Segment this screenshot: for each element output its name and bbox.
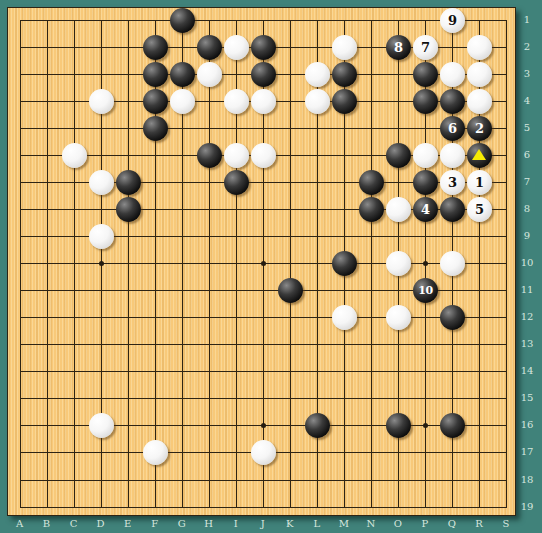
grid-line-horizontal <box>20 398 508 399</box>
stone-black-H2[interactable] <box>197 35 222 60</box>
stone-black-G3[interactable] <box>170 62 195 87</box>
row-label-9: 9 <box>514 230 540 241</box>
stone-white-D4[interactable] <box>89 89 114 114</box>
column-label-S: S <box>496 518 516 529</box>
stone-white-L4[interactable] <box>305 89 330 114</box>
stone-white-O10[interactable] <box>386 251 411 276</box>
grid-line-vertical <box>506 20 507 507</box>
stone-black-H6[interactable] <box>197 143 222 168</box>
stone-black-P8[interactable]: 4 <box>413 197 438 222</box>
stone-white-L3[interactable] <box>305 62 330 87</box>
stone-white-J17[interactable] <box>251 440 276 465</box>
stone-white-J6[interactable] <box>251 143 276 168</box>
move-number-label: 7 <box>421 41 430 54</box>
stone-black-Q16[interactable] <box>440 413 465 438</box>
row-label-10: 10 <box>514 257 540 268</box>
column-label-M: M <box>334 518 354 529</box>
stone-black-P4[interactable] <box>413 89 438 114</box>
star-point <box>99 261 104 266</box>
row-label-19: 19 <box>514 501 540 512</box>
star-point <box>261 423 266 428</box>
stone-black-O6[interactable] <box>386 143 411 168</box>
stone-black-P11[interactable]: 10 <box>413 278 438 303</box>
stone-white-O8[interactable] <box>386 197 411 222</box>
column-label-B: B <box>37 518 57 529</box>
column-label-I: I <box>226 518 246 529</box>
stone-black-O2[interactable]: 8 <box>386 35 411 60</box>
column-label-L: L <box>307 518 327 529</box>
column-label-J: J <box>253 518 273 529</box>
star-point <box>423 423 428 428</box>
move-number-label: 1 <box>475 176 484 189</box>
row-label-1: 1 <box>514 14 540 25</box>
row-label-17: 17 <box>514 446 540 457</box>
stone-white-M2[interactable] <box>332 35 357 60</box>
column-label-G: G <box>172 518 192 529</box>
column-label-P: P <box>415 518 435 529</box>
row-label-8: 8 <box>514 203 540 214</box>
stone-white-D16[interactable] <box>89 413 114 438</box>
stone-white-O12[interactable] <box>386 305 411 330</box>
stone-white-M12[interactable] <box>332 305 357 330</box>
stone-white-P6[interactable] <box>413 143 438 168</box>
row-label-3: 3 <box>514 68 540 79</box>
stone-black-N8[interactable] <box>359 197 384 222</box>
column-label-Q: Q <box>442 518 462 529</box>
stone-white-D9[interactable] <box>89 224 114 249</box>
grid-line-horizontal <box>20 317 508 318</box>
column-label-D: D <box>91 518 111 529</box>
stone-white-R8[interactable]: 5 <box>467 197 492 222</box>
star-point <box>423 261 428 266</box>
stone-white-Q6[interactable] <box>440 143 465 168</box>
column-label-O: O <box>388 518 408 529</box>
stone-black-Q8[interactable] <box>440 197 465 222</box>
stone-white-Q7[interactable]: 3 <box>440 170 465 195</box>
stone-black-E7[interactable] <box>116 170 141 195</box>
row-label-16: 16 <box>514 419 540 430</box>
stone-black-Q12[interactable] <box>440 305 465 330</box>
stone-black-N7[interactable] <box>359 170 384 195</box>
row-label-5: 5 <box>514 122 540 133</box>
stone-black-P7[interactable] <box>413 170 438 195</box>
stone-white-P2[interactable]: 7 <box>413 35 438 60</box>
stone-black-R6[interactable] <box>467 143 492 168</box>
stone-black-F4[interactable] <box>143 89 168 114</box>
move-number-label: 6 <box>448 122 457 135</box>
stone-white-R7[interactable]: 1 <box>467 170 492 195</box>
stone-black-P3[interactable] <box>413 62 438 87</box>
stone-white-R3[interactable] <box>467 62 492 87</box>
stone-black-J2[interactable] <box>251 35 276 60</box>
grid-line-horizontal <box>20 480 508 481</box>
move-number-label: 4 <box>421 203 430 216</box>
grid-line-horizontal <box>20 371 508 372</box>
column-label-F: F <box>145 518 165 529</box>
grid-line-horizontal <box>20 344 508 345</box>
grid-line-horizontal <box>20 507 508 508</box>
stone-white-J4[interactable] <box>251 89 276 114</box>
stone-black-K11[interactable] <box>278 278 303 303</box>
star-point <box>261 261 266 266</box>
grid-line-vertical <box>371 20 372 507</box>
stone-black-E8[interactable] <box>116 197 141 222</box>
column-label-E: E <box>118 518 138 529</box>
stone-black-L16[interactable] <box>305 413 330 438</box>
stone-white-C6[interactable] <box>62 143 87 168</box>
stone-black-F2[interactable] <box>143 35 168 60</box>
move-number-label: 10 <box>418 285 432 296</box>
stone-white-I4[interactable] <box>224 89 249 114</box>
move-number-label: 8 <box>394 41 403 54</box>
stone-black-I7[interactable] <box>224 170 249 195</box>
move-number-label: 5 <box>475 203 484 216</box>
row-label-6: 6 <box>514 149 540 160</box>
move-number-label: 3 <box>448 176 457 189</box>
row-label-13: 13 <box>514 338 540 349</box>
stone-white-I2[interactable] <box>224 35 249 60</box>
move-number-label: 9 <box>448 14 457 27</box>
stone-white-D7[interactable] <box>89 170 114 195</box>
column-label-N: N <box>361 518 381 529</box>
stone-black-O16[interactable] <box>386 413 411 438</box>
stone-black-M10[interactable] <box>332 251 357 276</box>
stone-white-I6[interactable] <box>224 143 249 168</box>
stone-black-Q4[interactable] <box>440 89 465 114</box>
row-label-7: 7 <box>514 176 540 187</box>
row-label-14: 14 <box>514 365 540 376</box>
stone-black-F5[interactable] <box>143 116 168 141</box>
stone-black-G1[interactable] <box>170 8 195 33</box>
go-game-screenshot: 98762314510 ABCDEFGHIJKLMNOPQRS123456789… <box>0 0 542 533</box>
stone-white-Q3[interactable] <box>440 62 465 87</box>
stone-black-J3[interactable] <box>251 62 276 87</box>
row-label-11: 11 <box>514 284 540 295</box>
stone-white-H3[interactable] <box>197 62 222 87</box>
column-label-K: K <box>280 518 300 529</box>
stone-black-M3[interactable] <box>332 62 357 87</box>
stone-black-Q5[interactable]: 6 <box>440 116 465 141</box>
stone-white-R2[interactable] <box>467 35 492 60</box>
row-label-12: 12 <box>514 311 540 322</box>
triangle-marker-icon <box>472 149 486 160</box>
stone-white-F17[interactable] <box>143 440 168 465</box>
stone-white-Q10[interactable] <box>440 251 465 276</box>
row-label-4: 4 <box>514 95 540 106</box>
column-label-C: C <box>64 518 84 529</box>
row-label-15: 15 <box>514 392 540 403</box>
stone-black-M4[interactable] <box>332 89 357 114</box>
stone-black-F3[interactable] <box>143 62 168 87</box>
row-label-18: 18 <box>514 474 540 485</box>
stone-white-R4[interactable] <box>467 89 492 114</box>
stone-white-G4[interactable] <box>170 89 195 114</box>
stone-black-R5[interactable]: 2 <box>467 116 492 141</box>
goban[interactable]: 98762314510 <box>7 7 516 516</box>
column-label-A: A <box>10 518 30 529</box>
stone-white-Q1[interactable]: 9 <box>440 8 465 33</box>
move-number-label: 2 <box>475 122 484 135</box>
grid-line-vertical <box>290 20 291 507</box>
column-label-H: H <box>199 518 219 529</box>
column-label-R: R <box>469 518 489 529</box>
row-label-2: 2 <box>514 41 540 52</box>
